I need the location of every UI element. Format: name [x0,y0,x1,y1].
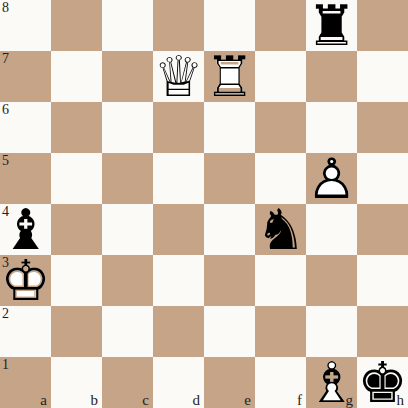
square-f7[interactable] [255,51,306,102]
square-g3[interactable] [306,255,357,306]
square-g5[interactable]: ♟♙ [306,153,357,204]
square-b5[interactable] [51,153,102,204]
square-d4[interactable] [153,204,204,255]
file-label-a: a [40,393,47,408]
square-d7[interactable]: ♛♕ [153,51,204,102]
square-h4[interactable] [357,204,408,255]
black-knight-f4[interactable]: ♞ [255,204,306,255]
piece-outline: ♖ [204,51,255,102]
square-e7[interactable]: ♜♖ [204,51,255,102]
square-c1[interactable]: c [102,357,153,408]
square-f2[interactable] [255,306,306,357]
square-f6[interactable] [255,102,306,153]
file-label-f: f [297,393,302,408]
black-king-h1[interactable]: ♚ [357,357,408,408]
file-label-b: b [91,393,99,408]
square-a6[interactable]: 6 [0,102,51,153]
rank-label-8: 8 [2,1,9,15]
black-rook-g8[interactable]: ♜ [306,0,357,51]
rank-label-1: 1 [2,358,9,372]
square-b2[interactable] [51,306,102,357]
square-b7[interactable] [51,51,102,102]
square-h1[interactable]: h♚ [357,357,408,408]
white-king-a3[interactable]: ♚♔ [0,255,51,306]
square-a3[interactable]: 3♚♔ [0,255,51,306]
square-f4[interactable]: ♞ [255,204,306,255]
square-e6[interactable] [204,102,255,153]
rank-label-5: 5 [2,154,9,168]
square-a1[interactable]: 1a [0,357,51,408]
square-e3[interactable] [204,255,255,306]
square-b6[interactable] [51,102,102,153]
square-h6[interactable] [357,102,408,153]
square-h3[interactable] [357,255,408,306]
square-a7[interactable]: 7 [0,51,51,102]
white-queen-d7[interactable]: ♛♕ [153,51,204,102]
square-c2[interactable] [102,306,153,357]
square-g1[interactable]: g♝♗ [306,357,357,408]
square-d1[interactable]: d [153,357,204,408]
square-a8[interactable]: 8 [0,0,51,51]
square-f8[interactable] [255,0,306,51]
square-e5[interactable] [204,153,255,204]
square-c6[interactable] [102,102,153,153]
square-f3[interactable] [255,255,306,306]
square-c4[interactable] [102,204,153,255]
square-h8[interactable] [357,0,408,51]
rank-label-7: 7 [2,52,9,66]
square-e4[interactable] [204,204,255,255]
square-e1[interactable]: e [204,357,255,408]
square-h5[interactable] [357,153,408,204]
square-e2[interactable] [204,306,255,357]
piece-outline: ♔ [0,255,51,306]
file-label-d: d [193,393,201,408]
square-b1[interactable]: b [51,357,102,408]
file-label-e: e [244,393,251,408]
square-b8[interactable] [51,0,102,51]
white-rook-e7[interactable]: ♜♖ [204,51,255,102]
piece-outline: ♙ [306,153,357,204]
square-g4[interactable] [306,204,357,255]
square-d2[interactable] [153,306,204,357]
square-b3[interactable] [51,255,102,306]
square-c3[interactable] [102,255,153,306]
chess-board: 8♜7♛♕♜♖65♟♙4♝♞3♚♔21abcdefg♝♗h♚ [0,0,408,408]
square-g7[interactable] [306,51,357,102]
white-pawn-g5[interactable]: ♟♙ [306,153,357,204]
square-c8[interactable] [102,0,153,51]
piece-outline: ♕ [153,51,204,102]
square-c5[interactable] [102,153,153,204]
square-c7[interactable] [102,51,153,102]
square-b4[interactable] [51,204,102,255]
square-h7[interactable] [357,51,408,102]
square-g8[interactable]: ♜ [306,0,357,51]
square-d3[interactable] [153,255,204,306]
piece-outline: ♗ [306,357,357,408]
square-d5[interactable] [153,153,204,204]
file-label-c: c [142,393,149,408]
rank-label-6: 6 [2,103,9,117]
square-a2[interactable]: 2 [0,306,51,357]
white-bishop-g1[interactable]: ♝♗ [306,357,357,408]
square-d6[interactable] [153,102,204,153]
square-f1[interactable]: f [255,357,306,408]
